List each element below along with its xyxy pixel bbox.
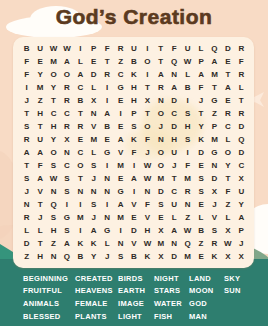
grid-cell-r11c4: S [60,172,73,185]
grid-cell-r8c7: E [100,133,113,146]
grid-cell-r3c11: A [154,68,167,81]
grid-cell-r5c2: Z [33,94,46,107]
grid-cell-r14c10: V [141,211,154,224]
puzzle-panel: BUWWIPFRUITFULQDRFEMALETZBOTQWPAEFFYOOAD… [13,37,254,268]
grid-cell-r14c5: M [74,211,87,224]
grid-cell-r17c5: B [74,250,87,263]
grid-cell-r14c12: L [168,211,181,224]
grid-cell-r14c1: R [20,211,33,224]
grid-cell-r5c13: I [181,94,194,107]
grid-cell-r13c7: I [100,198,113,211]
grid-cell-r14c8: M [114,211,127,224]
grid-cell-r10c1: T [20,159,33,172]
grid-cell-r10c8: M [114,159,127,172]
word-beginning: BEGINNING [23,272,75,285]
grid-cell-r7c9: S [127,120,140,133]
word-fish: FISH [154,310,189,323]
grid-cell-r9c7: G [100,146,113,159]
grid-cell-r17c8: S [114,250,127,263]
grid-cell-r6c1: T [20,107,33,120]
grid-cell-r14c7: N [100,211,113,224]
grid-cell-r9c1: A [20,146,33,159]
grid-cell-r2c7: T [100,55,113,68]
grid-cell-r3c8: C [114,68,127,81]
grid-cell-r8c17: Q [235,133,248,146]
word-light: LIGHT [118,310,154,323]
grid-cell-r3c13: L [181,68,194,81]
grid-cell-r4c1: I [20,81,33,94]
grid-cell-r5c4: R [60,94,73,107]
grid-cell-r10c13: F [181,159,194,172]
grid-cell-r8c15: M [208,133,221,146]
grid-cell-r8c12: H [168,133,181,146]
grid-cell-r3c9: K [127,68,140,81]
grid-cell-r6c2: H [33,107,46,120]
grid-cell-r9c11: O [154,146,167,159]
grid-cell-r8c2: U [33,133,46,146]
word-sun: SUN [224,285,266,298]
grid-cell-r9c10: J [141,146,154,159]
grid-cell-r10c16: Y [221,159,234,172]
word-list: BEGINNINGFRUITFULANIMALSBLESSEDCREATEDHE… [23,272,266,322]
grid-cell-r2c12: Q [168,55,181,68]
grid-cell-r7c17: D [235,120,248,133]
grid-cell-r2c10: O [141,55,154,68]
grid-cell-r6c13: S [181,107,194,120]
grid-cell-r10c14: E [194,159,207,172]
grid-cell-r12c10: N [141,185,154,198]
grid-cell-r16c3: Z [47,237,60,250]
word-female: FEMALE [75,297,118,310]
grid-cell-r16c15: R [208,237,221,250]
grid-cell-r1c6: P [87,42,100,55]
grid-cell-r16c16: W [221,237,234,250]
grid-cell-r9c16: O [221,146,234,159]
grid-cell-r11c6: J [87,172,100,185]
grid-cell-r2c5: L [74,55,87,68]
grid-cell-r16c4: A [60,237,73,250]
grid-cell-r17c12: D [168,250,181,263]
grid-cell-r14c16: L [221,211,234,224]
grid-cell-r1c8: R [114,42,127,55]
grid-cell-r4c14: F [194,81,207,94]
grid-cell-r13c2: T [33,198,46,211]
word-fruitful: FRUITFUL [23,285,75,298]
grid-cell-r11c10: W [141,172,154,185]
grid-cell-r1c1: B [20,42,33,55]
grid-cell-r5c10: X [141,94,154,107]
word-man: MAN [189,310,224,323]
grid-cell-r12c8: G [114,185,127,198]
grid-cell-r10c5: O [74,159,87,172]
grid-cell-r16c6: K [87,237,100,250]
word-heavens: HEAVENS [75,285,118,298]
grid-cell-r10c10: W [141,159,154,172]
grid-cell-r12c5: N [74,185,87,198]
grid-cell-r16c11: M [154,237,167,250]
grid-cell-r1c15: Q [208,42,221,55]
grid-cell-r9c17: D [235,146,248,159]
worksheet: God’s Creation BUWWIPFRUITFULQDRFEMALETZ… [0,0,268,326]
grid-cell-r10c7: I [100,159,113,172]
grid-cell-r16c13: Q [181,237,194,250]
grid-cell-r7c11: J [154,120,167,133]
grid-cell-r12c9: I [127,185,140,198]
grid-cell-r2c17: F [235,55,248,68]
grid-cell-r15c4: S [60,224,73,237]
grid-cell-r12c4: S [60,185,73,198]
grid-cell-r4c16: A [221,81,234,94]
grid-cell-r4c10: T [141,81,154,94]
grid-cell-r8c1: R [20,133,33,146]
grid-cell-r17c9: B [127,250,140,263]
grid-cell-r15c3: H [47,224,60,237]
grid-cell-r7c10: O [141,120,154,133]
grid-cell-r11c1: S [20,172,33,185]
grid-cell-r7c8: E [114,120,127,133]
grid-cell-r15c15: S [208,224,221,237]
puzzle-title: God’s Creation [0,5,268,29]
grid-cell-r14c6: J [87,211,100,224]
grid-cell-r3c15: M [208,68,221,81]
grid-cell-r12c15: X [208,185,221,198]
word-night: NIGHT [154,272,189,285]
grid-cell-r1c9: U [127,42,140,55]
grid-cell-r8c10: F [141,133,154,146]
grid-cell-r13c13: N [181,198,194,211]
grid-cell-r10c17: C [235,159,248,172]
grid-cell-r12c14: S [194,185,207,198]
grid-cell-r14c2: J [33,211,46,224]
grid-cell-r7c5: R [74,120,87,133]
grid-cell-r11c16: T [221,172,234,185]
grid-cell-r9c13: I [181,146,194,159]
grid-cell-r8c5: E [74,133,87,146]
word-image: IMAGE [118,297,154,310]
grid-cell-r5c1: J [20,94,33,107]
grid-cell-r3c1: F [20,68,33,81]
grid-cell-r12c3: N [47,185,60,198]
grid-cell-r5c6: X [87,94,100,107]
grid-cell-r1c2: U [33,42,46,55]
word-blessed: BLESSED [23,310,75,323]
grid-cell-r9c3: O [47,146,60,159]
grid-cell-r1c16: D [221,42,234,55]
grid-cell-r15c13: W [181,224,194,237]
grid-cell-r12c7: N [100,185,113,198]
grid-cell-r7c15: P [208,120,221,133]
grid-cell-r8c14: K [194,133,207,146]
grid-cell-r6c8: I [114,107,127,120]
grid-cell-r11c3: W [47,172,60,185]
word-created: CREATED [75,272,118,285]
grid-cell-r12c17: U [235,185,248,198]
grid-cell-r5c17: T [235,94,248,107]
grid-cell-r8c8: A [114,133,127,146]
grid-cell-r4c2: M [33,81,46,94]
grid-cell-r9c14: D [194,146,207,159]
grid-cell-r17c4: Q [60,250,73,263]
grid-cell-r8c13: S [181,133,194,146]
grid-cell-r10c9: I [127,159,140,172]
grid-cell-r17c2: H [33,250,46,263]
grid-cell-r10c2: F [33,159,46,172]
word-water: WATER [154,297,189,310]
grid-cell-r13c3: Q [47,198,60,211]
grid-cell-r6c11: O [154,107,167,120]
grid-cell-r2c14: P [194,55,207,68]
grid-cell-r10c11: O [154,159,167,172]
grid-cell-r2c11: T [154,55,167,68]
grid-cell-r17c13: M [181,250,194,263]
grid-cell-r15c14: B [194,224,207,237]
grid-cell-r15c1: L [20,224,33,237]
grid-cell-r11c2: A [33,172,46,185]
grid-cell-r12c2: V [33,185,46,198]
grid-cell-r3c12: N [168,68,181,81]
grid-cell-r8c4: X [60,133,73,146]
grid-cell-r3c3: O [47,68,60,81]
word-sky: SKY [224,272,266,285]
grid-cell-r4c6: L [87,81,100,94]
grid-cell-r17c14: E [194,250,207,263]
grid-cell-r13c16: Z [221,198,234,211]
grid-cell-r1c5: I [74,42,87,55]
grid-cell-r12c13: R [181,185,194,198]
grid-cell-r4c9: H [127,81,140,94]
grid-cell-r13c10: F [141,198,154,211]
grid-cell-r13c17: Y [235,198,248,211]
grid-cell-r9c5: C [74,146,87,159]
grid-cell-r13c12: U [168,198,181,211]
grid-cell-r15c9: D [127,224,140,237]
word-column-1: BEGINNINGFRUITFULANIMALSBLESSED [23,272,75,322]
grid-cell-r17c11: X [154,250,167,263]
grid-cell-r16c7: L [100,237,113,250]
word-column-4: NIGHTSTARSWATERFISH [154,272,189,322]
grid-cell-r12c1: J [20,185,33,198]
grid-cell-r9c9: F [127,146,140,159]
grid-cell-r4c13: B [181,81,194,94]
grid-cell-r15c16: X [221,224,234,237]
grid-cell-r2c3: M [47,55,60,68]
grid-cell-r7c3: H [47,120,60,133]
grid-cell-r2c9: B [127,55,140,68]
grid-cell-r1c17: R [235,42,248,55]
grid-cell-r13c1: N [20,198,33,211]
grid-cell-r3c17: R [235,68,248,81]
grid-cell-r13c8: A [114,198,127,211]
grid-cell-r1c14: L [194,42,207,55]
word-stars: STARS [154,285,189,298]
grid-cell-r11c17: X [235,172,248,185]
grid-cell-r5c7: I [100,94,113,107]
grid-cell-r16c8: N [114,237,127,250]
grid-cell-r2c13: W [181,55,194,68]
grid-cell-r11c14: S [194,172,207,185]
grid-cell-r1c10: I [141,42,154,55]
word-earth: EARTH [118,285,154,298]
grid-cell-r9c15: G [208,146,221,159]
grid-cell-r4c7: I [100,81,113,94]
grid-cell-r17c3: N [47,250,60,263]
grid-cell-r16c5: K [74,237,87,250]
grid-cell-r17c15: K [208,250,221,263]
grid-cell-r8c16: L [221,133,234,146]
grid-cell-r5c14: J [194,94,207,107]
grid-cell-r8c11: N [154,133,167,146]
grid-cell-r1c13: U [181,42,194,55]
grid-cell-r11c7: N [100,172,113,185]
grid-cell-r16c2: T [33,237,46,250]
grid-cell-r13c15: J [208,198,221,211]
grid-cell-r8c3: Y [47,133,60,146]
grid-cell-r3c16: T [221,68,234,81]
grid-cell-r7c1: S [20,120,33,133]
grid-cell-r7c2: T [33,120,46,133]
grid-cell-r4c15: T [208,81,221,94]
grid-cell-r15c6: A [87,224,100,237]
grid-cell-r4c4: R [60,81,73,94]
grid-cell-r7c13: H [181,120,194,133]
grid-cell-r1c4: W [60,42,73,55]
grid-cell-r2c15: A [208,55,221,68]
grid-cell-r15c5: I [74,224,87,237]
grid-cell-r7c16: C [221,120,234,133]
grid-cell-r14c9: E [127,211,140,224]
grid-cell-r2c2: E [33,55,46,68]
grid-cell-r16c9: V [127,237,140,250]
grid-cell-r10c4: C [60,159,73,172]
grid-cell-r1c11: T [154,42,167,55]
grid-cell-r6c16: R [221,107,234,120]
grid-cell-r4c5: C [74,81,87,94]
grid-cell-r14c15: V [208,211,221,224]
grid-cell-r7c6: V [87,120,100,133]
word-plants: PLANTS [75,310,118,323]
grid-cell-r8c6: M [87,133,100,146]
grid-cell-r9c2: A [33,146,46,159]
grid-cell-r5c3: T [47,94,60,107]
grid-cell-r14c4: G [60,211,73,224]
grid-cell-r15c2: L [33,224,46,237]
word-birds: BIRDS [118,272,154,285]
grid-cell-r17c6: Y [87,250,100,263]
grid-cell-r6c5: T [74,107,87,120]
grid-cell-r1c7: F [100,42,113,55]
grid-cell-r5c11: N [154,94,167,107]
grid-cell-r15c10: H [141,224,154,237]
grid-cell-r13c6: S [87,198,100,211]
grid-cell-r5c9: H [127,94,140,107]
grid-cell-r6c6: N [87,107,100,120]
grid-cell-r16c14: Z [194,237,207,250]
grid-cell-r17c7: J [100,250,113,263]
word-column-6: SKYSUN [224,272,266,322]
grid-cell-r5c15: G [208,94,221,107]
grid-cell-r9c4: N [60,146,73,159]
grid-cell-r17c16: X [221,250,234,263]
grid-cell-r11c5: T [74,172,87,185]
grid-cell-r1c3: W [47,42,60,55]
grid-cell-r6c17: R [235,107,248,120]
grid-cell-r3c5: A [74,68,87,81]
grid-cell-r13c9: V [127,198,140,211]
grid-cell-r2c8: Z [114,55,127,68]
grid-cell-r2c6: E [87,55,100,68]
grid-cell-r6c9: P [127,107,140,120]
word-column-2: CREATEDHEAVENSFEMALEPLANTS [75,272,118,322]
grid-cell-r9c8: V [114,146,127,159]
grid-cell-r11c15: D [208,172,221,185]
grid-cell-r13c5: I [74,198,87,211]
grid-cell-r9c12: U [168,146,181,159]
grid-cell-r13c14: E [194,198,207,211]
word-column-3: BIRDSEARTHIMAGELIGHT [118,272,154,322]
grid-cell-r12c12: C [168,185,181,198]
grid-cell-r2c16: E [221,55,234,68]
word-god: GOD [189,297,224,310]
grid-cell-r8c9: K [127,133,140,146]
grid-cell-r16c1: D [20,237,33,250]
grid-cell-r11c11: M [154,172,167,185]
grid-cell-r10c3: S [47,159,60,172]
grid-cell-r14c11: E [154,211,167,224]
grid-cell-r6c7: A [100,107,113,120]
grid-cell-r2c1: F [20,55,33,68]
grid-cell-r1c12: F [168,42,181,55]
grid-cell-r13c4: I [60,198,73,211]
grid-cell-r3c10: I [141,68,154,81]
grid-cell-r10c12: J [168,159,181,172]
grid-cell-r17c10: K [141,250,154,263]
letter-grid: BUWWIPFRUITFULQDRFEMALETZBOTQWPAEFFYOOAD… [20,42,248,263]
word-land: LAND [189,272,224,285]
grid-cell-r13c11: S [154,198,167,211]
grid-cell-r7c4: R [60,120,73,133]
grid-cell-r17c17: X [235,250,248,263]
grid-cell-r11c9: A [127,172,140,185]
grid-cell-r12c11: D [154,185,167,198]
grid-cell-r17c1: Z [20,250,33,263]
grid-cell-r6c10: T [141,107,154,120]
grid-cell-r11c8: E [114,172,127,185]
grid-cell-r3c14: A [194,68,207,81]
grid-cell-r14c3: S [47,211,60,224]
grid-cell-r6c4: C [60,107,73,120]
grid-cell-r11c12: T [168,172,181,185]
grid-cell-r15c11: X [154,224,167,237]
grid-cell-r12c16: F [221,185,234,198]
grid-cell-r4c3: Y [47,81,60,94]
grid-cell-r16c17: J [235,237,248,250]
grid-cell-r14c13: Z [181,211,194,224]
grid-cell-r10c6: S [87,159,100,172]
grid-cell-r5c8: E [114,94,127,107]
grid-cell-r6c12: C [168,107,181,120]
grid-cell-r7c14: Y [194,120,207,133]
word-column-5: LANDMOONGODMAN [189,272,224,322]
grid-cell-r9c6: L [87,146,100,159]
grid-cell-r6c14: T [194,107,207,120]
grid-cell-r15c8: I [114,224,127,237]
grid-cell-r3c6: D [87,68,100,81]
grid-cell-r7c12: D [168,120,181,133]
grid-cell-r10c15: N [208,159,221,172]
grid-cell-r4c8: G [114,81,127,94]
grid-cell-r6c3: C [47,107,60,120]
word-animals: ANIMALS [23,297,75,310]
